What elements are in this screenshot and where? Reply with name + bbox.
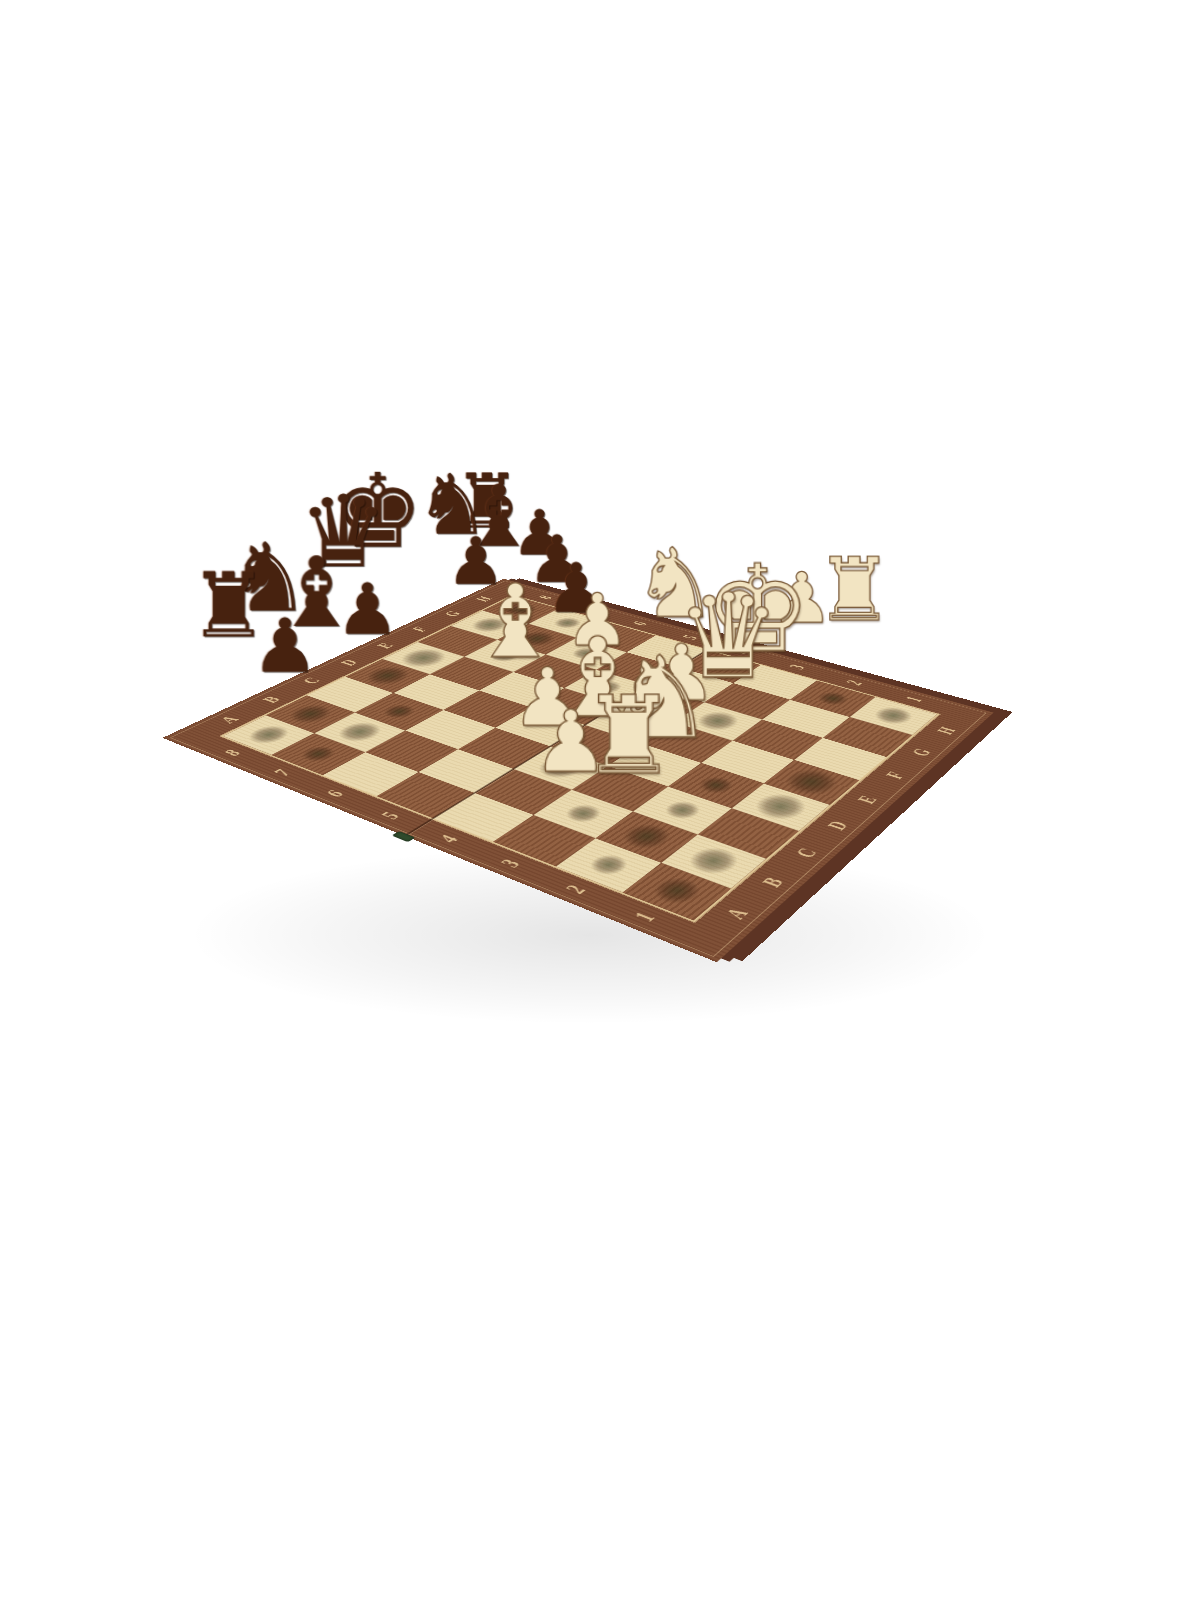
product-photo-white-background: { "game": "chess", "scene": "Folding woo… bbox=[0, 0, 1200, 1600]
piece-contact-shadow bbox=[295, 743, 343, 765]
file-label-h: H bbox=[912, 714, 978, 747]
piece-contact-shadow bbox=[280, 701, 341, 727]
piece-contact-shadow bbox=[658, 798, 707, 823]
white-rook-glyph: ♜ bbox=[581, 683, 677, 790]
chess-board: ABCDEFGH ABCDEFGH 87654321 87654321 ♜♞♛♚… bbox=[163, 579, 994, 963]
playing-area: ♜♞♛♚♞♜♟♝♟♟♝♟♟♟♝♟♟♞♟♝♟♟♟♜♞♛♚♜ bbox=[223, 596, 937, 920]
white-rook-glyph: ♜ bbox=[816, 547, 894, 634]
black-pawn-glyph: ♟ bbox=[252, 609, 319, 684]
chess-scene: ABCDEFGH ABCDEFGH 87654321 87654321 ♜♞♛♚… bbox=[287, 427, 883, 1023]
board-frame: ABCDEFGH ABCDEFGH 87654321 87654321 ♜♞♛♚… bbox=[163, 579, 994, 963]
piece-contact-shadow bbox=[812, 689, 854, 708]
piece-contact-shadow bbox=[692, 773, 739, 797]
piece-contact-shadow bbox=[582, 851, 635, 879]
piece-contact-shadow bbox=[329, 718, 391, 746]
piece-contact-shadow bbox=[558, 801, 608, 826]
piece-contact-shadow bbox=[377, 702, 422, 722]
piece-contact-shadow bbox=[240, 722, 297, 747]
piece-contact-shadow bbox=[867, 704, 919, 728]
piece-contact-shadow bbox=[644, 873, 710, 910]
